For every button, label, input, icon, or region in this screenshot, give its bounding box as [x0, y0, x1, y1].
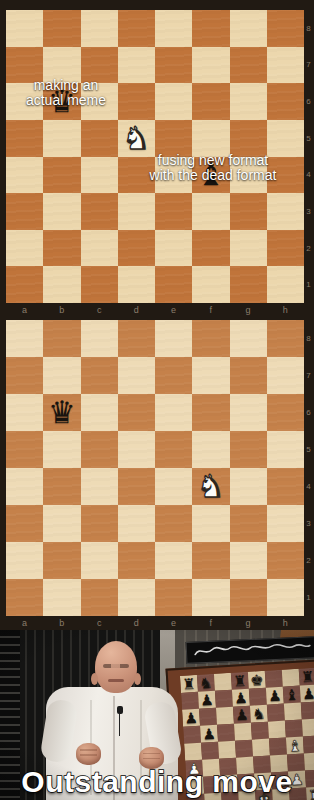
sq-c2 — [81, 230, 118, 267]
rank-label-5: 5 — [303, 431, 314, 468]
sq-c3 — [81, 505, 118, 542]
sq-g2 — [230, 230, 267, 267]
sq-d3 — [118, 193, 155, 230]
board-before-file-labels: abcdefgh — [6, 303, 304, 318]
right-ear — [134, 673, 141, 685]
sq-g7 — [230, 47, 267, 84]
sq-e5 — [155, 431, 192, 468]
caption-outstanding-move: Outstanding move — [0, 765, 314, 799]
sq-h6 — [267, 394, 304, 431]
sq-h7 — [267, 357, 304, 394]
sq-e6 — [155, 83, 192, 120]
rank-label-4: 4 — [303, 468, 314, 505]
sq-b8 — [43, 10, 80, 47]
sq-g2 — [230, 542, 267, 579]
sq-c1 — [81, 579, 118, 616]
sq-a8 — [6, 10, 43, 47]
sq-g6 — [230, 394, 267, 431]
sq-f6 — [192, 83, 229, 120]
sq-a1 — [6, 266, 43, 303]
sq-b5 — [43, 431, 80, 468]
sq-h5 — [267, 431, 304, 468]
sq-h5 — [267, 120, 304, 157]
sq-g8 — [230, 320, 267, 357]
rank-label-6: 6 — [303, 394, 314, 431]
sq-f3 — [192, 505, 229, 542]
rank-label-4: 4 — [303, 157, 314, 194]
sq-f1 — [192, 579, 229, 616]
rank-label-3: 3 — [303, 193, 314, 230]
rank-label-5: 5 — [303, 120, 314, 157]
sq-h4 — [267, 468, 304, 505]
file-label-c: c — [81, 303, 118, 318]
sq-b7 — [43, 357, 80, 394]
sq-f2 — [192, 230, 229, 267]
sq-e2 — [155, 542, 192, 579]
sq-a5 — [6, 120, 43, 157]
file-label-d: d — [118, 303, 155, 318]
sq-e5 — [155, 120, 192, 157]
sq-a4 — [6, 468, 43, 505]
sq-a1 — [6, 579, 43, 616]
rank-label-7: 7 — [303, 357, 314, 394]
meme-text-line: actual meme — [0, 93, 132, 108]
lavalier-mic — [117, 706, 123, 714]
sq-d1 — [118, 579, 155, 616]
sq-g6 — [230, 83, 267, 120]
sq-b1 — [43, 266, 80, 303]
sq-b2 — [43, 230, 80, 267]
sq-e8 — [155, 320, 192, 357]
meme-text-line: fusing new format — [122, 153, 304, 168]
sq-a3 — [6, 505, 43, 542]
sq-c8 — [81, 10, 118, 47]
file-label-a: a — [6, 616, 43, 630]
sq-g4 — [230, 468, 267, 505]
sq-f8 — [192, 10, 229, 47]
mouth — [108, 679, 124, 682]
sq-a6 — [6, 394, 43, 431]
sq-b2 — [43, 542, 80, 579]
file-label-f: f — [192, 303, 229, 318]
sq-a8 — [6, 320, 43, 357]
file-label-f: f — [192, 616, 229, 630]
sq-f7 — [192, 47, 229, 84]
sq-e6 — [155, 394, 192, 431]
sq-e7 — [155, 357, 192, 394]
sq-h1 — [267, 579, 304, 616]
presenter-head — [95, 641, 137, 693]
file-label-g: g — [230, 616, 267, 630]
sq-c4 — [81, 468, 118, 505]
sq-h7 — [267, 47, 304, 84]
sq-b4 — [43, 468, 80, 505]
sq-e7 — [155, 47, 192, 84]
file-label-h: h — [267, 616, 304, 630]
sq-f8 — [192, 320, 229, 357]
sq-a2 — [6, 542, 43, 579]
rank-label-6: 6 — [303, 83, 314, 120]
sq-c7 — [81, 357, 118, 394]
sq-d1 — [118, 266, 155, 303]
board-before-rank-labels: 87654321 — [303, 10, 314, 303]
eyes — [103, 664, 129, 668]
file-label-e: e — [155, 616, 192, 630]
sq-d7 — [118, 357, 155, 394]
sq-c3 — [81, 193, 118, 230]
sq-f7 — [192, 357, 229, 394]
sq-g7 — [230, 357, 267, 394]
sq-c8 — [81, 320, 118, 357]
black-queen-piece: ♛ — [43, 394, 80, 431]
board-after: ♛♞ 87654321 abcdefgh — [0, 318, 314, 630]
sq-h1 — [267, 266, 304, 303]
file-label-c: c — [81, 616, 118, 630]
sq-h3 — [267, 193, 304, 230]
sq-g1 — [230, 579, 267, 616]
sq-f3 — [192, 193, 229, 230]
sq-e1 — [155, 266, 192, 303]
sq-d2 — [118, 230, 155, 267]
sq-d6 — [118, 394, 155, 431]
rank-label-8: 8 — [303, 320, 314, 357]
file-label-d: d — [118, 616, 155, 630]
rank-label-7: 7 — [303, 47, 314, 84]
sq-e3 — [155, 193, 192, 230]
sq-e4 — [155, 468, 192, 505]
sq-a7 — [6, 357, 43, 394]
sq-e1 — [155, 579, 192, 616]
sq-a4 — [6, 157, 43, 194]
file-label-b: b — [43, 616, 80, 630]
sq-b8 — [43, 320, 80, 357]
presenter-photo: ♜♞♜♚♜♟♟♟♝♟♟♟♞♟♝♟♟♟♟♚♜ Outstanding move — [0, 630, 314, 800]
sq-b5 — [43, 120, 80, 157]
sq-e8 — [155, 10, 192, 47]
sq-e2 — [155, 230, 192, 267]
sq-h8 — [267, 320, 304, 357]
sq-c1 — [81, 266, 118, 303]
rank-label-8: 8 — [303, 10, 314, 47]
file-label-a: a — [6, 303, 43, 318]
sq-g3 — [230, 505, 267, 542]
file-label-e: e — [155, 303, 192, 318]
sq-g1 — [230, 266, 267, 303]
board-before: ♛♞♝ 87654321 abcdefgh making an actual m… — [0, 0, 314, 318]
sq-d2 — [118, 542, 155, 579]
meme-text-making-meme: making an actual meme — [0, 78, 132, 108]
sq-h2 — [267, 542, 304, 579]
sq-h8 — [267, 10, 304, 47]
sq-c5 — [81, 120, 118, 157]
sq-g8 — [230, 10, 267, 47]
sq-h2 — [267, 230, 304, 267]
sq-b1 — [43, 579, 80, 616]
white-knight-piece: ♞ — [192, 468, 229, 505]
sq-d5 — [118, 431, 155, 468]
board-after-squares: ♛♞ — [6, 320, 304, 616]
sq-a2 — [6, 230, 43, 267]
sq-b4 — [43, 157, 80, 194]
sq-a3 — [6, 193, 43, 230]
left-ear — [91, 673, 98, 685]
meme-text-line: making an — [0, 78, 132, 93]
left-fist — [76, 743, 101, 765]
sq-b3 — [43, 193, 80, 230]
sq-h3 — [267, 505, 304, 542]
sq-c2 — [81, 542, 118, 579]
sq-f5 — [192, 431, 229, 468]
meme-text-line: with the dead format — [122, 168, 304, 183]
sq-d8 — [118, 10, 155, 47]
sq-d4 — [118, 468, 155, 505]
sq-g5 — [230, 120, 267, 157]
board-after-file-labels: abcdefgh — [6, 616, 304, 630]
meme-text-fusing-format: fusing new format with the dead format — [122, 153, 304, 183]
sq-g5 — [230, 431, 267, 468]
sq-f1 — [192, 266, 229, 303]
sq-d3 — [118, 505, 155, 542]
rank-label-2: 2 — [303, 230, 314, 267]
sq-f5 — [192, 120, 229, 157]
sq-c4 — [81, 157, 118, 194]
sq-b3 — [43, 505, 80, 542]
white-knight-piece: ♞ — [118, 120, 155, 157]
sq-a5 — [6, 431, 43, 468]
rank-label-1: 1 — [303, 266, 314, 303]
sq-h6 — [267, 83, 304, 120]
sq-f2 — [192, 542, 229, 579]
sq-c6 — [81, 394, 118, 431]
file-label-b: b — [43, 303, 80, 318]
board-after-rank-labels: 87654321 — [303, 320, 314, 616]
rank-label-3: 3 — [303, 505, 314, 542]
file-label-h: h — [267, 303, 304, 318]
chess-meme-image: ♛♞♝ 87654321 abcdefgh making an actual m… — [0, 0, 314, 800]
sq-d8 — [118, 320, 155, 357]
sq-e3 — [155, 505, 192, 542]
rank-label-1: 1 — [303, 579, 314, 616]
sq-f6 — [192, 394, 229, 431]
file-label-g: g — [230, 303, 267, 318]
sq-g3 — [230, 193, 267, 230]
rank-label-2: 2 — [303, 542, 314, 579]
sq-c5 — [81, 431, 118, 468]
